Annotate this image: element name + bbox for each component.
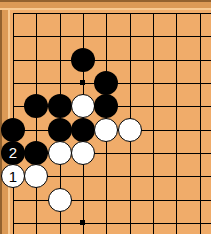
- black-stone: [71, 118, 95, 142]
- hoshi-star-point: [80, 80, 85, 85]
- black-stone: [94, 94, 118, 118]
- white-stone: [71, 94, 95, 118]
- white-stone: [24, 164, 48, 188]
- go-board: 21: [0, 0, 211, 234]
- board-intersections: 21: [1, 1, 211, 234]
- black-stone: [94, 71, 118, 95]
- white-stone: [118, 118, 142, 142]
- white-stone: [48, 188, 72, 212]
- white-stone: [48, 141, 72, 165]
- white-stone: [71, 141, 95, 165]
- black-stone: [1, 118, 25, 142]
- white-stone: [94, 118, 118, 142]
- black-stone: [48, 94, 72, 118]
- black-stone-move-2: 2: [1, 141, 25, 165]
- black-stone: [48, 118, 72, 142]
- white-stone-move-1: 1: [1, 164, 25, 188]
- black-stone: [24, 94, 48, 118]
- hoshi-star-point: [80, 220, 85, 225]
- black-stone: [71, 48, 95, 72]
- black-stone: [24, 141, 48, 165]
